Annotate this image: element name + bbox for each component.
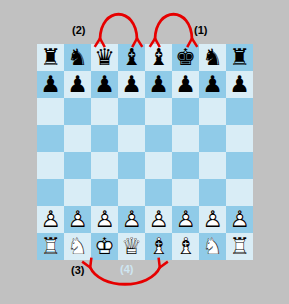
square-b5 <box>64 125 91 152</box>
white-pawn-d2: ♟♙ <box>118 206 145 233</box>
annotation-label-1: (1) <box>194 24 207 37</box>
square-g2: ♟♙ <box>199 206 226 233</box>
square-h4 <box>226 152 253 179</box>
square-b7: ♟ <box>64 71 91 98</box>
square-g8: ♞ <box>199 44 226 71</box>
annotation-label-3: (3) <box>71 264 84 277</box>
square-f4 <box>172 152 199 179</box>
swap-arrow-c8-d8 <box>100 14 137 39</box>
white-piece-outline: ♘ <box>64 233 91 260</box>
square-h2: ♟♙ <box>226 206 253 233</box>
black-pawn-a7: ♟ <box>37 71 64 98</box>
black-bishop-d8: ♝ <box>118 44 145 71</box>
square-f8: ♚ <box>172 44 199 71</box>
white-bishop-e1: ♝♗ <box>145 233 172 260</box>
square-a2: ♟♙ <box>37 206 64 233</box>
white-piece-outline: ♘ <box>199 233 226 260</box>
white-pawn-h2: ♟♙ <box>226 206 253 233</box>
square-a7: ♟ <box>37 71 64 98</box>
square-e8: ♝ <box>145 44 172 71</box>
black-knight-b8: ♞ <box>64 44 91 71</box>
square-b2: ♟♙ <box>64 206 91 233</box>
square-f1: ♝♗ <box>172 233 199 260</box>
white-pawn-c2: ♟♙ <box>91 206 118 233</box>
square-f2: ♟♙ <box>172 206 199 233</box>
white-queen-d1: ♛♕ <box>118 233 145 260</box>
square-a6 <box>37 98 64 125</box>
white-piece-outline: ♙ <box>199 206 226 233</box>
black-pawn-d7: ♟ <box>118 71 145 98</box>
white-piece-outline: ♙ <box>145 206 172 233</box>
square-d2: ♟♙ <box>118 206 145 233</box>
square-c5 <box>91 125 118 152</box>
square-e4 <box>145 152 172 179</box>
white-knight-b1: ♞♘ <box>64 233 91 260</box>
white-piece-outline: ♙ <box>226 206 253 233</box>
square-b1: ♞♘ <box>64 233 91 260</box>
white-piece-outline: ♙ <box>172 206 199 233</box>
square-d8: ♝ <box>118 44 145 71</box>
black-pawn-g7: ♟ <box>199 71 226 98</box>
black-knight-g8: ♞ <box>199 44 226 71</box>
white-piece-outline: ♗ <box>172 233 199 260</box>
white-pawn-f2: ♟♙ <box>172 206 199 233</box>
square-a5 <box>37 125 64 152</box>
square-g7: ♟ <box>199 71 226 98</box>
white-pawn-a2: ♟♙ <box>37 206 64 233</box>
square-h6 <box>226 98 253 125</box>
square-d7: ♟ <box>118 71 145 98</box>
square-a8: ♜ <box>37 44 64 71</box>
black-queen-c8: ♛ <box>91 44 118 71</box>
square-e6 <box>145 98 172 125</box>
white-pawn-e2: ♟♙ <box>145 206 172 233</box>
black-pawn-h7: ♟ <box>226 71 253 98</box>
square-h7: ♟ <box>226 71 253 98</box>
square-a3 <box>37 179 64 206</box>
square-c7: ♟ <box>91 71 118 98</box>
white-piece-outline: ♗ <box>145 233 172 260</box>
square-e1: ♝♗ <box>145 233 172 260</box>
square-g3 <box>199 179 226 206</box>
black-pawn-b7: ♟ <box>64 71 91 98</box>
square-e5 <box>145 125 172 152</box>
square-c2: ♟♙ <box>91 206 118 233</box>
square-f7: ♟ <box>172 71 199 98</box>
chess-diagram: ♜♞♛♝♝♚♞♜♟♟♟♟♟♟♟♟♟♙♟♙♟♙♟♙♟♙♟♙♟♙♟♙♜♖♞♘♚♔♛♕… <box>0 0 289 304</box>
square-g4 <box>199 152 226 179</box>
annotation-label-2: (2) <box>72 24 85 37</box>
square-d5 <box>118 125 145 152</box>
square-d3 <box>118 179 145 206</box>
white-piece-outline: ♙ <box>64 206 91 233</box>
square-g5 <box>199 125 226 152</box>
black-pawn-e7: ♟ <box>145 71 172 98</box>
black-king-f8: ♚ <box>172 44 199 71</box>
white-bishop-f1: ♝♗ <box>172 233 199 260</box>
white-piece-outline: ♙ <box>91 206 118 233</box>
chess-board: ♜♞♛♝♝♚♞♜♟♟♟♟♟♟♟♟♟♙♟♙♟♙♟♙♟♙♟♙♟♙♟♙♜♖♞♘♚♔♛♕… <box>37 44 253 260</box>
white-piece-outline: ♖ <box>37 233 64 260</box>
annotation-label-4: (4) <box>120 263 133 276</box>
square-d1: ♛♕ <box>118 233 145 260</box>
square-f3 <box>172 179 199 206</box>
black-bishop-e8: ♝ <box>145 44 172 71</box>
square-g1: ♞♘ <box>199 233 226 260</box>
square-b8: ♞ <box>64 44 91 71</box>
white-pawn-g2: ♟♙ <box>199 206 226 233</box>
square-b3 <box>64 179 91 206</box>
square-h5 <box>226 125 253 152</box>
swap-arrow-e8-f8 <box>155 14 192 39</box>
white-rook-h1: ♜♖ <box>226 233 253 260</box>
white-piece-outline: ♔ <box>91 233 118 260</box>
square-c4 <box>91 152 118 179</box>
square-b6 <box>64 98 91 125</box>
white-knight-g1: ♞♘ <box>199 233 226 260</box>
white-pawn-b2: ♟♙ <box>64 206 91 233</box>
white-piece-outline: ♕ <box>118 233 145 260</box>
square-e7: ♟ <box>145 71 172 98</box>
square-d4 <box>118 152 145 179</box>
square-d6 <box>118 98 145 125</box>
square-c6 <box>91 98 118 125</box>
square-g6 <box>199 98 226 125</box>
square-c3 <box>91 179 118 206</box>
square-e2: ♟♙ <box>145 206 172 233</box>
white-rook-a1: ♜♖ <box>37 233 64 260</box>
square-c1: ♚♔ <box>91 233 118 260</box>
square-c8: ♛ <box>91 44 118 71</box>
square-h3 <box>226 179 253 206</box>
square-b4 <box>64 152 91 179</box>
white-king-c1: ♚♔ <box>91 233 118 260</box>
square-f5 <box>172 125 199 152</box>
square-h8: ♜ <box>226 44 253 71</box>
black-pawn-f7: ♟ <box>172 71 199 98</box>
square-e3 <box>145 179 172 206</box>
square-h1: ♜♖ <box>226 233 253 260</box>
white-piece-outline: ♖ <box>226 233 253 260</box>
square-a4 <box>37 152 64 179</box>
square-a1: ♜♖ <box>37 233 64 260</box>
black-rook-a8: ♜ <box>37 44 64 71</box>
square-f6 <box>172 98 199 125</box>
white-piece-outline: ♙ <box>37 206 64 233</box>
black-rook-h8: ♜ <box>226 44 253 71</box>
black-pawn-c7: ♟ <box>91 71 118 98</box>
white-piece-outline: ♙ <box>118 206 145 233</box>
